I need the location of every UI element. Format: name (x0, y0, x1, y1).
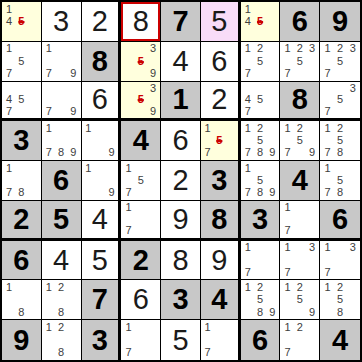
given-digit: 1 (172, 85, 188, 114)
cell-r2c3[interactable]: 8 (82, 42, 122, 82)
candidate-1: 1 (242, 3, 254, 15)
candidate-3: 3 (147, 83, 159, 95)
cell-r9c6[interactable]: 17 (201, 320, 241, 360)
cell-r2c5[interactable]: 4 (161, 42, 201, 82)
cell-r7c8[interactable]: 137 (280, 241, 320, 281)
pencil-marks: 15789 (242, 162, 279, 199)
cell-r8c5[interactable]: 3 (161, 280, 201, 320)
pencil-marks: 157 (202, 122, 237, 159)
cell-r3c3[interactable]: 6 (82, 82, 122, 122)
solved-digit: 6 (92, 85, 108, 114)
candidate-9: 9 (306, 306, 318, 318)
candidate-8: 8 (334, 187, 347, 199)
pencil-marks: 17 (122, 202, 159, 237)
cell-r7c3[interactable]: 5 (82, 241, 122, 281)
candidate-1: 1 (202, 122, 214, 134)
pencil-marks: 125789 (242, 122, 279, 159)
cell-r4c6[interactable]: 157 (201, 121, 241, 161)
candidate-1: 1 (3, 3, 15, 15)
candidate-5: 5 (254, 174, 266, 186)
pencil-marks: 17 (242, 242, 279, 279)
candidate-8: 8 (254, 147, 266, 159)
cell-r4c7[interactable]: 125789 (241, 121, 281, 161)
candidate-5: 5 (334, 294, 347, 306)
pencil-marks: 157 (3, 43, 40, 80)
candidate-5-eliminated: 5 (254, 15, 266, 27)
cell-r5c9[interactable]: 1578 (320, 161, 360, 201)
cell-r9c4[interactable]: 17 (121, 320, 161, 360)
pencil-marks: 137 (281, 242, 318, 279)
candidate-4: 4 (3, 15, 15, 27)
given-digit: 3 (252, 205, 268, 234)
pencil-marks: 1257 (242, 43, 279, 80)
candidate-4: 4 (242, 94, 254, 106)
cell-r3c9[interactable]: 357 (320, 82, 360, 122)
candidate-3: 3 (346, 83, 359, 95)
cell-r5c4[interactable]: 157 (121, 161, 161, 201)
candidate-2: 2 (334, 281, 347, 293)
candidate-3: 3 (147, 43, 159, 55)
cell-r8c6[interactable]: 4 (201, 280, 241, 320)
candidate-8: 8 (55, 306, 67, 318)
candidate-1: 1 (83, 122, 95, 134)
candidate-7: 7 (321, 266, 334, 278)
candidate-9: 9 (67, 67, 79, 79)
solved-digit: 2 (211, 85, 227, 114)
solved-digit: 4 (172, 47, 188, 76)
cell-r2c4[interactable]: 359 (121, 42, 161, 82)
candidate-8: 8 (254, 187, 266, 199)
candidate-5: 5 (254, 294, 266, 306)
cell-r2c9[interactable]: 12357 (320, 42, 360, 82)
candidate-7: 7 (202, 147, 214, 159)
given-digit: 4 (133, 126, 149, 155)
pencil-marks: 12589 (242, 281, 279, 318)
cell-r6c9[interactable]: 6 (320, 201, 360, 241)
candidate-7: 7 (242, 187, 254, 199)
candidate-5: 5 (15, 94, 27, 106)
given-digit: 4 (332, 326, 348, 355)
candidate-7: 7 (43, 67, 55, 79)
cell-r5c6[interactable]: 3 (201, 161, 241, 201)
given-digit: 4 (211, 285, 227, 314)
cell-r2c1[interactable]: 157 (2, 42, 42, 82)
cell-r3c1[interactable]: 457 (2, 82, 42, 122)
candidate-3: 3 (306, 43, 318, 55)
candidate-7: 7 (281, 266, 293, 278)
candidate-4: 4 (3, 94, 15, 106)
candidate-2: 2 (254, 281, 266, 293)
candidate-9: 9 (266, 147, 278, 159)
cell-r4c9[interactable]: 12578 (320, 121, 360, 161)
candidate-9: 9 (106, 147, 118, 159)
candidate-7: 7 (242, 67, 254, 79)
candidate-7: 7 (43, 147, 55, 159)
given-digit: 9 (332, 7, 348, 36)
candidate-1: 1 (122, 202, 134, 214)
candidate-1: 1 (122, 162, 134, 174)
candidate-9: 9 (67, 147, 79, 159)
candidate-7: 7 (321, 147, 334, 159)
candidate-2: 2 (294, 281, 306, 293)
cell-r7c7[interactable]: 17 (241, 241, 281, 281)
cell-r4c4[interactable]: 4 (121, 121, 161, 161)
candidate-7: 7 (281, 67, 293, 79)
solved-digit: 6 (172, 126, 188, 155)
candidate-9: 9 (266, 187, 278, 199)
candidate-5: 5 (254, 55, 266, 67)
pencil-marks: 17 (202, 321, 237, 359)
candidate-1: 1 (3, 43, 15, 55)
candidate-7: 7 (281, 346, 293, 359)
candidate-9: 9 (106, 187, 118, 199)
candidate-2: 2 (55, 281, 67, 293)
candidate-5: 5 (135, 174, 147, 186)
pencil-marks: 19 (83, 162, 118, 199)
cell-r6c3[interactable]: 4 (82, 201, 122, 241)
pencil-marks: 1789 (43, 122, 80, 159)
sudoku-board: 1453287514569157179835946125712357123574… (0, 0, 362, 362)
cell-r1c7[interactable]: 145 (241, 2, 281, 42)
pencil-marks: 127 (281, 321, 318, 359)
cell-r5c5[interactable]: 2 (161, 161, 201, 201)
given-digit: 9 (13, 326, 29, 355)
candidate-7: 7 (242, 266, 254, 278)
candidate-1: 1 (281, 281, 293, 293)
given-digit: 8 (211, 205, 227, 234)
cell-r5c3[interactable]: 19 (82, 161, 122, 201)
pencil-marks: 157 (122, 162, 159, 199)
pencil-marks: 17 (122, 321, 159, 359)
cell-r3c4[interactable]: 359 (121, 82, 161, 122)
candidate-1: 1 (83, 162, 95, 174)
cell-r4c1[interactable]: 3 (2, 121, 42, 161)
candidate-1: 1 (321, 122, 334, 134)
pencil-marks: 1258 (321, 281, 359, 318)
given-digit: 3 (13, 126, 29, 155)
solved-digit: 6 (211, 47, 227, 76)
pencil-marks: 18 (3, 281, 40, 318)
candidate-1: 1 (281, 122, 293, 134)
candidate-1: 1 (43, 43, 55, 55)
candidate-7: 7 (281, 225, 293, 237)
cell-r2c8[interactable]: 12357 (280, 42, 320, 82)
candidate-5: 5 (334, 55, 347, 67)
candidate-9: 9 (67, 106, 79, 118)
cell-r1c3[interactable]: 2 (82, 2, 122, 42)
cell-r2c6[interactable]: 6 (201, 42, 241, 82)
cell-r9c5[interactable]: 5 (161, 320, 201, 360)
candidate-1: 1 (321, 281, 334, 293)
candidate-2: 2 (55, 321, 67, 334)
candidate-7: 7 (281, 147, 293, 159)
candidate-1: 1 (281, 43, 293, 55)
cell-r8c8[interactable]: 1259 (280, 280, 320, 320)
candidate-8: 8 (55, 346, 67, 359)
given-digit: 2 (13, 205, 29, 234)
candidate-1: 1 (122, 321, 134, 334)
candidate-7: 7 (3, 187, 15, 199)
pencil-marks: 178 (3, 162, 40, 199)
solved-digit: 9 (172, 205, 188, 234)
given-digit: 3 (211, 166, 227, 195)
solved-digit: 2 (92, 7, 108, 36)
candidate-7: 7 (202, 346, 214, 359)
pencil-marks: 17 (281, 202, 318, 237)
candidate-3: 3 (306, 242, 318, 254)
candidate-8: 8 (254, 306, 266, 318)
candidate-1: 1 (242, 242, 254, 254)
candidate-8: 8 (15, 306, 27, 318)
candidate-5: 5 (334, 174, 347, 186)
candidate-7: 7 (242, 106, 254, 118)
given-digit: 7 (92, 285, 108, 314)
candidate-9: 9 (147, 106, 159, 118)
candidate-5: 5 (254, 135, 266, 147)
cell-r5c7[interactable]: 15789 (241, 161, 281, 201)
candidate-2: 2 (294, 321, 306, 334)
candidate-7: 7 (122, 346, 134, 359)
candidate-1: 1 (242, 43, 254, 55)
pencil-marks: 457 (3, 83, 40, 118)
cell-r8c3[interactable]: 7 (82, 280, 122, 320)
cell-r9c3[interactable]: 3 (82, 320, 122, 360)
candidate-1: 1 (321, 162, 334, 174)
cell-r2c7[interactable]: 1257 (241, 42, 281, 82)
pencil-marks: 12579 (281, 122, 318, 159)
cell-r3c7[interactable]: 457 (241, 82, 281, 122)
candidate-5: 5 (334, 94, 347, 106)
candidate-1: 1 (3, 281, 15, 293)
cell-r3c2[interactable]: 79 (42, 82, 82, 122)
cell-r6c6[interactable]: 8 (201, 201, 241, 241)
candidate-4: 4 (242, 15, 254, 27)
cell-r6c7[interactable]: 3 (241, 201, 281, 241)
candidate-5-eliminated: 5 (135, 94, 147, 106)
candidate-5-eliminated: 5 (15, 15, 27, 27)
solved-digit: 8 (133, 7, 149, 36)
solved-digit: 5 (172, 326, 188, 355)
solved-digit: 5 (211, 7, 227, 36)
candidate-1: 1 (242, 122, 254, 134)
cell-r1c9[interactable]: 9 (320, 2, 360, 42)
cell-r4c8[interactable]: 12579 (280, 121, 320, 161)
candidate-1: 1 (242, 162, 254, 174)
pencil-marks: 137 (321, 242, 359, 279)
cell-r7c6[interactable]: 9 (201, 241, 241, 281)
pencil-marks: 128 (43, 321, 80, 359)
cell-r1c6[interactable]: 5 (201, 2, 241, 42)
candidate-1: 1 (43, 122, 55, 134)
pencil-marks: 79 (43, 83, 80, 118)
cell-r9c9[interactable]: 4 (320, 320, 360, 360)
candidate-7: 7 (122, 225, 134, 237)
candidate-7: 7 (3, 106, 15, 118)
given-digit: 3 (172, 285, 188, 314)
solved-digit: 3 (53, 7, 69, 36)
cell-r7c5[interactable]: 8 (161, 241, 201, 281)
candidate-7: 7 (321, 67, 334, 79)
pencil-marks: 145 (242, 3, 279, 40)
cell-r4c5[interactable]: 6 (161, 121, 201, 161)
given-digit: 6 (332, 205, 348, 234)
cell-r9c8[interactable]: 127 (280, 320, 320, 360)
cell-r8c2[interactable]: 128 (42, 280, 82, 320)
candidate-1: 1 (3, 162, 15, 174)
candidate-1: 1 (281, 202, 293, 214)
cell-r3c6[interactable]: 2 (201, 82, 241, 122)
solved-digit: 9 (211, 246, 227, 275)
pencil-marks: 12578 (321, 122, 359, 159)
candidate-8: 8 (55, 147, 67, 159)
candidate-9: 9 (147, 67, 159, 79)
candidate-7: 7 (43, 106, 55, 118)
cell-r7c9[interactable]: 137 (320, 241, 360, 281)
pencil-marks: 179 (43, 43, 80, 80)
candidate-2: 2 (334, 43, 347, 55)
candidate-5: 5 (15, 55, 27, 67)
pencil-marks: 457 (242, 83, 279, 118)
pencil-marks: 359 (122, 83, 159, 118)
candidate-7: 7 (122, 187, 134, 199)
candidate-1: 1 (281, 242, 293, 254)
candidate-1: 1 (321, 242, 334, 254)
cell-r9c1[interactable]: 9 (2, 320, 42, 360)
candidate-2: 2 (334, 122, 347, 134)
given-digit: 6 (252, 326, 268, 355)
given-digit: 8 (292, 85, 308, 114)
candidate-5: 5 (334, 135, 347, 147)
pencil-marks: 128 (43, 281, 80, 318)
cell-r8c7[interactable]: 12589 (241, 280, 281, 320)
cell-r4c3[interactable]: 19 (82, 121, 122, 161)
cell-r3c5[interactable]: 1 (161, 82, 201, 122)
candidate-7: 7 (242, 147, 254, 159)
pencil-marks: 1259 (281, 281, 318, 318)
cell-r5c1[interactable]: 178 (2, 161, 42, 201)
candidate-2: 2 (254, 43, 266, 55)
candidate-5-eliminated: 5 (213, 135, 225, 147)
cell-r7c2[interactable]: 4 (42, 241, 82, 281)
solved-digit: 4 (53, 246, 69, 275)
cell-r1c1[interactable]: 145 (2, 2, 42, 42)
candidate-8: 8 (15, 187, 27, 199)
candidate-3: 3 (346, 43, 359, 55)
given-digit: 6 (53, 166, 69, 195)
cell-r2c2[interactable]: 179 (42, 42, 82, 82)
solved-digit: 6 (133, 285, 149, 314)
candidate-1: 1 (281, 321, 293, 334)
cell-r8c4[interactable]: 6 (121, 280, 161, 320)
solved-digit: 2 (172, 166, 188, 195)
given-digit: 5 (53, 205, 69, 234)
pencil-marks: 359 (122, 43, 159, 80)
cell-r4c2[interactable]: 1789 (42, 121, 82, 161)
given-digit: 3 (92, 326, 108, 355)
pencil-marks: 19 (83, 122, 118, 159)
cell-r6c8[interactable]: 17 (280, 201, 320, 241)
candidate-1: 1 (321, 43, 334, 55)
cell-r1c5[interactable]: 7 (161, 2, 201, 42)
candidate-5: 5 (294, 55, 306, 67)
cell-r6c5[interactable]: 9 (161, 201, 201, 241)
candidate-7: 7 (3, 67, 15, 79)
cell-r1c4[interactable]: 8 (121, 2, 161, 42)
candidate-5: 5 (294, 135, 306, 147)
pencil-marks: 12357 (321, 43, 359, 80)
cell-r5c2[interactable]: 6 (42, 161, 82, 201)
solved-digit: 4 (92, 205, 108, 234)
candidate-1: 1 (202, 321, 214, 334)
candidate-8: 8 (334, 147, 347, 159)
candidate-5-eliminated: 5 (135, 55, 147, 67)
cell-r1c2[interactable]: 3 (42, 2, 82, 42)
pencil-marks: 145 (3, 3, 40, 40)
cell-r9c7[interactable]: 6 (241, 320, 281, 360)
given-digit: 2 (133, 246, 149, 275)
pencil-marks: 357 (321, 83, 359, 118)
given-digit: 6 (292, 7, 308, 36)
candidate-8: 8 (334, 306, 347, 318)
given-digit: 6 (13, 246, 29, 275)
cell-r7c1[interactable]: 6 (2, 241, 42, 281)
cell-r5c8[interactable]: 4 (280, 161, 320, 201)
candidate-2: 2 (294, 43, 306, 55)
given-digit: 7 (172, 7, 188, 36)
candidate-1: 1 (43, 281, 55, 293)
candidate-1: 1 (242, 281, 254, 293)
cell-r1c8[interactable]: 6 (280, 2, 320, 42)
pencil-marks: 1578 (321, 162, 359, 199)
cell-r3c8[interactable]: 8 (280, 82, 320, 122)
cell-r8c9[interactable]: 1258 (320, 280, 360, 320)
cell-r6c1[interactable]: 2 (2, 201, 42, 241)
candidate-2: 2 (294, 122, 306, 134)
candidate-7: 7 (321, 106, 334, 118)
candidate-1: 1 (43, 321, 55, 334)
solved-digit: 5 (92, 246, 108, 275)
cell-r7c4[interactable]: 2 (121, 241, 161, 281)
candidate-9: 9 (306, 147, 318, 159)
solved-digit: 8 (172, 246, 188, 275)
candidate-5: 5 (294, 294, 306, 306)
cell-r8c1[interactable]: 18 (2, 280, 42, 320)
candidate-9: 9 (266, 306, 278, 318)
given-digit: 8 (92, 47, 108, 76)
candidate-5: 5 (254, 94, 266, 106)
pencil-marks: 12357 (281, 43, 318, 80)
cell-r6c2[interactable]: 5 (42, 201, 82, 241)
given-digit: 4 (292, 166, 308, 195)
candidate-3: 3 (346, 242, 359, 254)
candidate-7: 7 (321, 187, 334, 199)
cell-r6c4[interactable]: 17 (121, 201, 161, 241)
candidate-2: 2 (254, 122, 266, 134)
cell-r9c2[interactable]: 128 (42, 320, 82, 360)
